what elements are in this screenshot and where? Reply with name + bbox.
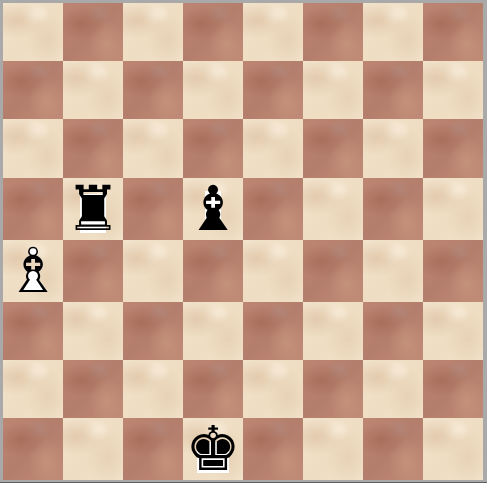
square-e3[interactable] xyxy=(243,302,303,360)
square-d7[interactable] xyxy=(183,61,243,119)
square-h6[interactable] xyxy=(423,119,483,177)
square-e2[interactable] xyxy=(243,360,303,418)
square-a3[interactable] xyxy=(3,302,63,360)
square-c2[interactable] xyxy=(123,360,183,418)
square-b4[interactable] xyxy=(63,240,123,302)
piece-white-bishop-a4[interactable]: ♝♗ xyxy=(3,240,63,302)
square-f8[interactable] xyxy=(303,3,363,61)
square-f5[interactable] xyxy=(303,178,363,240)
square-a6[interactable] xyxy=(3,119,63,177)
square-f4[interactable] xyxy=(303,240,363,302)
square-h4[interactable] xyxy=(423,240,483,302)
white-bishop-icon: ♗ xyxy=(5,240,61,302)
square-d4[interactable] xyxy=(183,240,243,302)
square-a4[interactable]: ♝♗ xyxy=(3,240,63,302)
square-a8[interactable] xyxy=(3,3,63,61)
piece-black-king-d1[interactable]: ♚ xyxy=(183,418,243,480)
square-c4[interactable] xyxy=(123,240,183,302)
piece-black-bishop-d5[interactable]: ♝ xyxy=(183,178,243,240)
square-h2[interactable] xyxy=(423,360,483,418)
square-f2[interactable] xyxy=(303,360,363,418)
square-g8[interactable] xyxy=(363,3,423,61)
square-c3[interactable] xyxy=(123,302,183,360)
square-h3[interactable] xyxy=(423,302,483,360)
square-b2[interactable] xyxy=(63,360,123,418)
black-king-icon: ♚ xyxy=(185,418,241,480)
square-a2[interactable] xyxy=(3,360,63,418)
chess-board: ♜♝♝♗♚ xyxy=(3,3,483,480)
square-h8[interactable] xyxy=(423,3,483,61)
square-e4[interactable] xyxy=(243,240,303,302)
square-d1[interactable]: ♚ xyxy=(183,418,243,480)
square-b6[interactable] xyxy=(63,119,123,177)
square-g4[interactable] xyxy=(363,240,423,302)
square-b1[interactable] xyxy=(63,418,123,480)
square-f1[interactable] xyxy=(303,418,363,480)
square-g2[interactable] xyxy=(363,360,423,418)
piece-black-rook-b5[interactable]: ♜ xyxy=(63,178,123,240)
square-g5[interactable] xyxy=(363,178,423,240)
square-d5[interactable]: ♝ xyxy=(183,178,243,240)
square-d6[interactable] xyxy=(183,119,243,177)
square-d3[interactable] xyxy=(183,302,243,360)
square-d2[interactable] xyxy=(183,360,243,418)
square-d8[interactable] xyxy=(183,3,243,61)
square-b5[interactable]: ♜ xyxy=(63,178,123,240)
black-bishop-icon: ♝ xyxy=(185,178,241,240)
square-c5[interactable] xyxy=(123,178,183,240)
black-rook-icon: ♜ xyxy=(65,178,121,240)
square-a7[interactable] xyxy=(3,61,63,119)
square-a5[interactable] xyxy=(3,178,63,240)
square-c8[interactable] xyxy=(123,3,183,61)
square-a1[interactable] xyxy=(3,418,63,480)
square-g1[interactable] xyxy=(363,418,423,480)
square-f3[interactable] xyxy=(303,302,363,360)
square-b7[interactable] xyxy=(63,61,123,119)
square-e1[interactable] xyxy=(243,418,303,480)
square-b3[interactable] xyxy=(63,302,123,360)
square-e7[interactable] xyxy=(243,61,303,119)
square-h1[interactable] xyxy=(423,418,483,480)
square-g7[interactable] xyxy=(363,61,423,119)
square-e8[interactable] xyxy=(243,3,303,61)
square-g3[interactable] xyxy=(363,302,423,360)
square-e5[interactable] xyxy=(243,178,303,240)
square-e6[interactable] xyxy=(243,119,303,177)
square-h5[interactable] xyxy=(423,178,483,240)
square-g6[interactable] xyxy=(363,119,423,177)
square-c1[interactable] xyxy=(123,418,183,480)
square-b8[interactable] xyxy=(63,3,123,61)
square-h7[interactable] xyxy=(423,61,483,119)
board-frame: ♜♝♝♗♚ xyxy=(0,0,487,483)
square-f6[interactable] xyxy=(303,119,363,177)
square-c7[interactable] xyxy=(123,61,183,119)
square-c6[interactable] xyxy=(123,119,183,177)
square-f7[interactable] xyxy=(303,61,363,119)
